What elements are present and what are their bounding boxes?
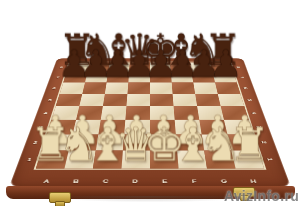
file-label-b: B — [61, 178, 92, 184]
chess-board: ♜♞♝♛♚♝♞♜♟♟♟♟♟♟♟♟♟♟♟♟♟♟♟♟♜♞♝♛♚♝♞♜ 8765432… — [9, 58, 291, 187]
square-a6 — [60, 83, 85, 94]
file-label-e: E — [150, 178, 180, 184]
rank-label-right-1: 1 — [255, 156, 285, 163]
square-b5 — [79, 94, 105, 106]
file-label-g: G — [209, 178, 240, 184]
rank-label-left-5: 5 — [43, 94, 56, 106]
square-e6 — [150, 83, 173, 94]
rank-label-left-6: 6 — [48, 83, 61, 94]
file-label-a: A — [31, 178, 62, 184]
rank-label-right-6: 6 — [234, 86, 258, 91]
square-a5 — [56, 94, 83, 106]
board-squares: ♜♞♝♛♚♝♞♜♟♟♟♟♟♟♟♟♟♟♟♟♟♟♟♟♜♞♝♛♚♝♞♜ — [36, 62, 264, 168]
file-labels: ABCDEFGH — [31, 178, 269, 184]
square-b6 — [82, 83, 106, 94]
square-g5 — [195, 94, 221, 106]
file-label-c: C — [90, 178, 120, 184]
rank-label-right-7: 7 — [231, 75, 254, 79]
square-g6 — [193, 83, 217, 94]
square-c6 — [105, 83, 128, 94]
rank-label-right-4: 4 — [242, 110, 268, 115]
square-f5 — [173, 94, 198, 106]
rank-label-right-8: 8 — [228, 65, 250, 69]
square-d5 — [126, 94, 150, 106]
rank-label-right-3: 3 — [246, 124, 273, 130]
square-c5 — [103, 94, 128, 106]
file-label-d: D — [120, 178, 150, 184]
rank-label-right-5: 5 — [238, 98, 263, 103]
square-e5 — [150, 94, 174, 106]
watermark: AvizInfo.ru — [224, 188, 299, 204]
rank-label-right-2: 2 — [250, 139, 279, 145]
square-f6 — [172, 83, 195, 94]
photo-canvas: ♜♞♝♛♚♝♞♜♟♟♟♟♟♟♟♟♟♟♟♟♟♟♟♟♜♞♝♛♚♝♞♜ 8765432… — [0, 0, 300, 206]
square-d6 — [127, 83, 150, 94]
file-label-h: H — [238, 178, 269, 184]
file-label-f: F — [179, 178, 209, 184]
brass-clasp-left-icon — [49, 192, 71, 203]
